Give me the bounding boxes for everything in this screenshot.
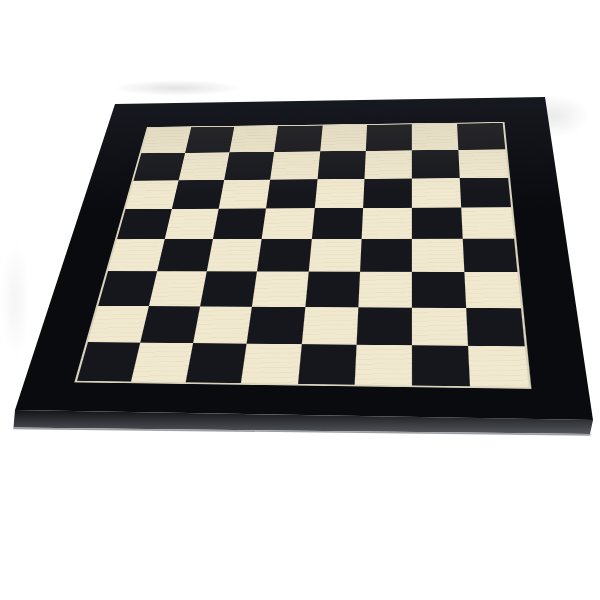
square-c4	[207, 239, 262, 272]
square-h5	[461, 207, 514, 239]
square-g6	[412, 178, 461, 208]
square-b3	[149, 271, 207, 306]
square-c2	[193, 306, 252, 343]
square-e6	[314, 179, 364, 208]
square-c1	[186, 343, 247, 383]
square-d2	[247, 306, 305, 344]
square-b1	[131, 342, 193, 382]
square-c5	[213, 208, 266, 239]
square-d1	[241, 343, 301, 383]
square-e1	[297, 344, 356, 385]
square-b7	[179, 152, 230, 180]
square-h7	[458, 149, 508, 177]
square-g4	[412, 239, 465, 272]
square-h2	[466, 308, 525, 347]
square-h6	[460, 177, 511, 207]
square-d8	[274, 126, 322, 152]
square-g1	[412, 345, 470, 386]
square-a8	[141, 127, 191, 153]
square-d6	[266, 179, 317, 208]
square-e5	[311, 208, 362, 239]
square-f4	[360, 239, 412, 272]
square-f7	[364, 151, 411, 179]
square-f6	[363, 178, 412, 208]
square-b4	[157, 239, 213, 271]
board-grid	[77, 123, 529, 387]
square-e8	[320, 125, 367, 152]
board-playing-area	[74, 122, 531, 389]
square-e7	[317, 151, 365, 179]
square-a7	[134, 153, 186, 180]
square-h3	[464, 272, 521, 308]
square-b8	[185, 127, 234, 153]
square-h1	[468, 346, 529, 388]
square-c8	[230, 126, 279, 152]
square-f1	[354, 345, 411, 386]
square-e2	[301, 307, 358, 345]
square-d3	[252, 272, 308, 307]
square-f8	[365, 124, 411, 151]
square-g8	[412, 124, 459, 151]
square-b2	[140, 306, 200, 343]
square-f2	[356, 307, 412, 345]
square-d4	[257, 239, 311, 272]
square-c3	[200, 272, 257, 307]
square-a1	[77, 342, 140, 382]
square-h4	[463, 239, 518, 273]
square-e3	[305, 272, 360, 307]
square-g7	[412, 150, 460, 178]
square-f5	[361, 208, 411, 239]
chess-board	[15, 97, 593, 420]
square-g5	[412, 207, 463, 238]
square-c7	[224, 152, 274, 180]
square-h8	[457, 123, 505, 150]
square-d7	[271, 152, 320, 180]
square-d5	[262, 208, 314, 239]
square-g3	[412, 272, 466, 308]
square-g2	[412, 307, 468, 345]
product-photo-stage	[0, 0, 600, 600]
square-a5	[117, 209, 172, 239]
square-e4	[308, 239, 361, 272]
square-c6	[219, 179, 271, 208]
square-b6	[172, 180, 224, 209]
square-f3	[358, 272, 412, 307]
square-a6	[126, 180, 179, 209]
square-b5	[165, 209, 219, 240]
square-a2	[88, 306, 149, 343]
square-a3	[98, 271, 157, 305]
square-a4	[108, 239, 165, 271]
